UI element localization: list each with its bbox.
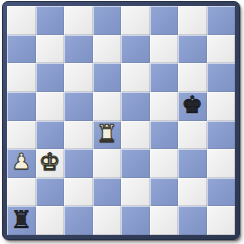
square-d4[interactable]: ♜ [93, 121, 122, 150]
square-c7[interactable] [64, 35, 93, 64]
square-b4[interactable] [36, 121, 65, 150]
square-d1[interactable] [93, 206, 122, 235]
square-b3[interactable]: ♚ [36, 149, 65, 178]
square-e7[interactable] [121, 35, 150, 64]
square-h3[interactable] [207, 149, 236, 178]
square-c3[interactable] [64, 149, 93, 178]
square-e5[interactable] [121, 92, 150, 121]
square-e6[interactable] [121, 63, 150, 92]
square-b8[interactable] [36, 6, 65, 35]
square-h4[interactable] [207, 121, 236, 150]
square-b6[interactable] [36, 63, 65, 92]
square-b7[interactable] [36, 35, 65, 64]
square-a2[interactable] [7, 178, 36, 207]
square-c1[interactable] [64, 206, 93, 235]
black-king-piece[interactable]: ♚ [181, 93, 203, 117]
square-c6[interactable] [64, 63, 93, 92]
square-a7[interactable] [7, 35, 36, 64]
square-d8[interactable] [93, 6, 122, 35]
square-e2[interactable] [121, 178, 150, 207]
square-a6[interactable] [7, 63, 36, 92]
square-g6[interactable] [178, 63, 207, 92]
square-h5[interactable] [207, 92, 236, 121]
square-f6[interactable] [150, 63, 179, 92]
square-b1[interactable] [36, 206, 65, 235]
square-c8[interactable] [64, 6, 93, 35]
square-g2[interactable] [178, 178, 207, 207]
square-d6[interactable] [93, 63, 122, 92]
square-e4[interactable] [121, 121, 150, 150]
square-a5[interactable] [7, 92, 36, 121]
square-g5[interactable]: ♚ [178, 92, 207, 121]
square-f7[interactable] [150, 35, 179, 64]
square-g3[interactable] [178, 149, 207, 178]
square-g8[interactable] [178, 6, 207, 35]
square-e3[interactable] [121, 149, 150, 178]
square-c5[interactable] [64, 92, 93, 121]
square-d3[interactable] [93, 149, 122, 178]
square-e1[interactable] [121, 206, 150, 235]
square-d5[interactable] [93, 92, 122, 121]
square-c4[interactable] [64, 121, 93, 150]
square-h7[interactable] [207, 35, 236, 64]
square-h2[interactable] [207, 178, 236, 207]
square-f2[interactable] [150, 178, 179, 207]
square-h1[interactable] [207, 206, 236, 235]
black-rook-piece[interactable]: ♜ [10, 208, 32, 232]
square-h8[interactable] [207, 6, 236, 35]
chess-board-frame: ♚♜♟♚♜ [2, 1, 240, 240]
white-pawn-piece[interactable]: ♟ [11, 151, 31, 173]
square-c2[interactable] [64, 178, 93, 207]
square-g1[interactable] [178, 206, 207, 235]
white-king-piece[interactable]: ♚ [39, 150, 61, 174]
white-rook-piece[interactable]: ♜ [96, 122, 118, 146]
square-f8[interactable] [150, 6, 179, 35]
square-d7[interactable] [93, 35, 122, 64]
square-e8[interactable] [121, 6, 150, 35]
square-h6[interactable] [207, 63, 236, 92]
square-b5[interactable] [36, 92, 65, 121]
chess-board: ♚♜♟♚♜ [7, 6, 235, 235]
square-f4[interactable] [150, 121, 179, 150]
square-d2[interactable] [93, 178, 122, 207]
square-f5[interactable] [150, 92, 179, 121]
square-g7[interactable] [178, 35, 207, 64]
square-b2[interactable] [36, 178, 65, 207]
square-f3[interactable] [150, 149, 179, 178]
square-f1[interactable] [150, 206, 179, 235]
square-a1[interactable]: ♜ [7, 206, 36, 235]
square-a4[interactable] [7, 121, 36, 150]
square-g4[interactable] [178, 121, 207, 150]
square-a8[interactable] [7, 6, 36, 35]
square-a3[interactable]: ♟ [7, 149, 36, 178]
